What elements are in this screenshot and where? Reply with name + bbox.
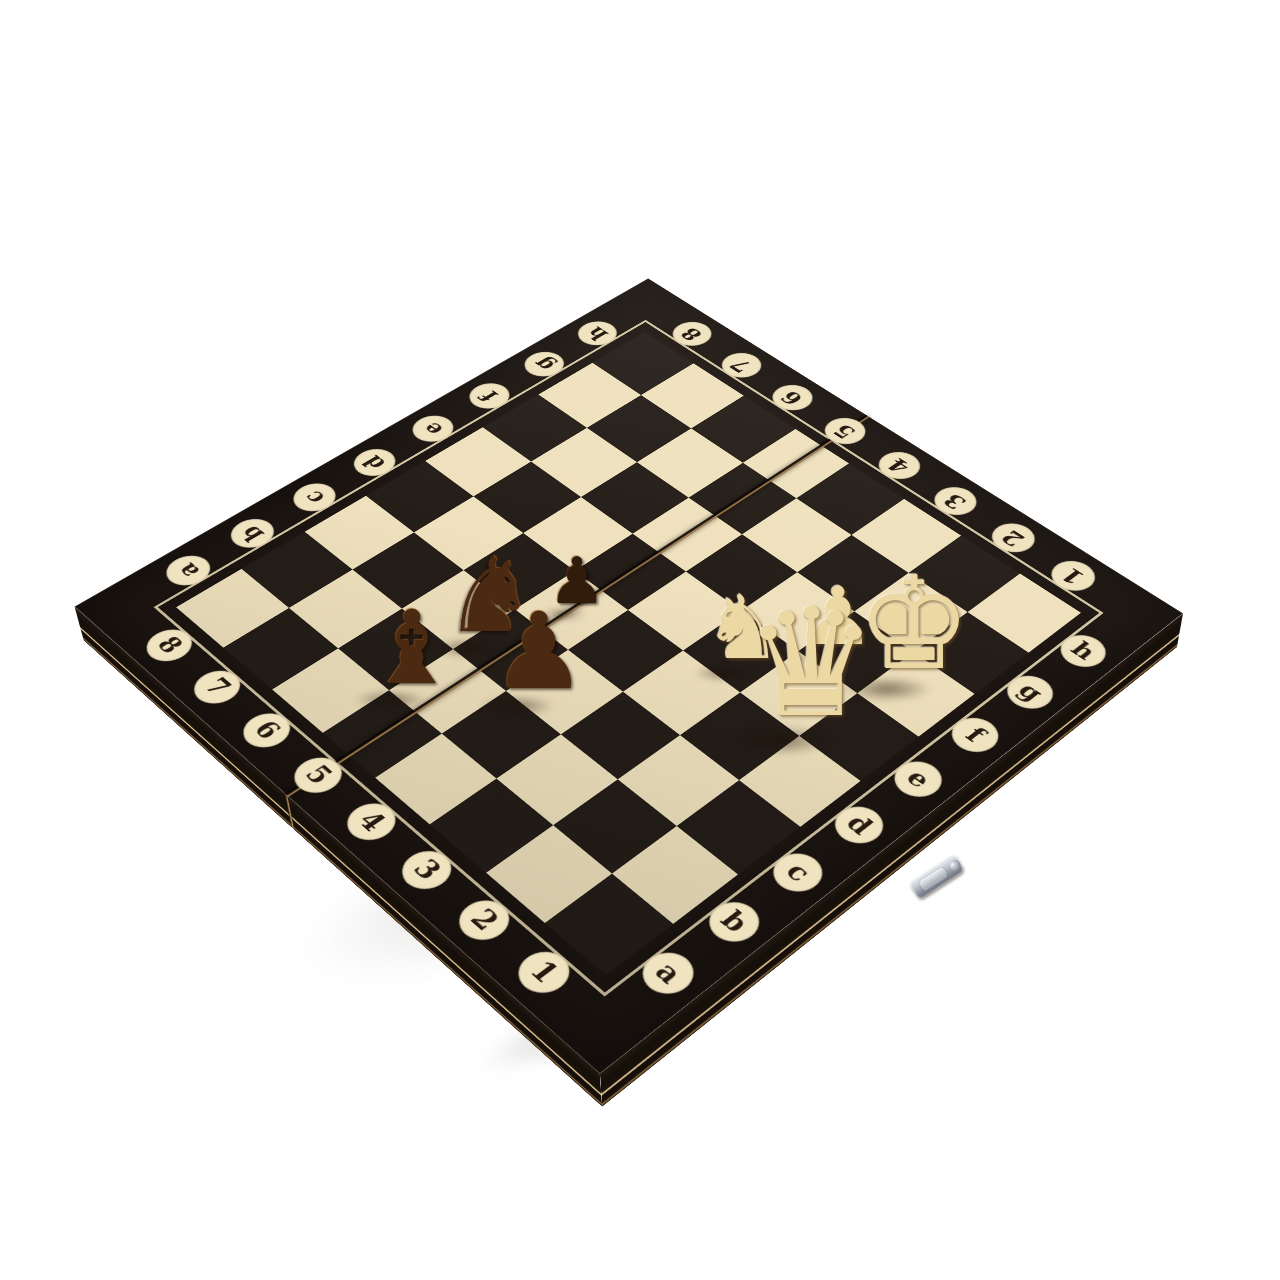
square-d1 (739, 736, 860, 827)
square-a3 (430, 779, 553, 873)
coord-rank-7-near-label: 7 (199, 675, 235, 700)
square-e3 (683, 611, 798, 693)
square-a5 (323, 690, 442, 778)
coord-rank-7-near: 7 (185, 664, 249, 710)
coord-file-e-near-label: e (901, 766, 935, 792)
square-a6 (272, 648, 389, 732)
coord-file-g-far-label: g (529, 355, 559, 374)
coord-rank-8-near: 8 (138, 623, 201, 668)
square-e2 (740, 651, 857, 736)
coord-file-d-near-label: d (841, 811, 878, 839)
square-a2 (486, 825, 612, 923)
coord-file-g-near-label: g (1013, 680, 1047, 705)
square-d2 (680, 692, 799, 780)
square-c1 (677, 780, 801, 874)
scene: aa11bb22cc33dd44ee55ff66gg77hh88 ♟♞♟♞♚♝♟… (0, 0, 1280, 1280)
coord-rank-6-far-label: 6 (777, 388, 807, 407)
coord-file-c-near-label: c (780, 859, 815, 886)
coord-file-h-near: h (1051, 629, 1114, 674)
square-a4 (375, 734, 496, 825)
coord-rank-4-near-label: 4 (353, 808, 390, 836)
coord-file-a-near-label: a (649, 958, 687, 988)
coord-file-h-far-label: h (582, 324, 612, 342)
square-a7 (223, 608, 338, 690)
coord-rank-5-near: 5 (285, 750, 352, 800)
square-d4 (568, 610, 683, 692)
coord-rank-6-near: 6 (234, 707, 299, 755)
coord-rank-7-far-label: 7 (727, 356, 757, 375)
coord-rank-6-near-label: 6 (249, 717, 285, 743)
coord-rank-1-near-label: 1 (524, 957, 563, 988)
coord-file-d-near: d (825, 799, 893, 851)
coord-file-c-far-label: c (299, 487, 330, 507)
coord-file-f-near-label: f (960, 724, 989, 746)
coord-file-b-near: b (699, 894, 770, 950)
square-b4 (442, 691, 561, 779)
coord-rank-5-near-label: 5 (300, 762, 337, 789)
coord-file-a-far-label: a (172, 560, 205, 582)
coord-rank-8-near-label: 8 (152, 633, 187, 657)
coord-rank-1-near: 1 (508, 944, 580, 1002)
square-c2 (618, 735, 739, 826)
coord-rank-3-far-label: 3 (940, 490, 972, 511)
square-b1 (612, 826, 738, 924)
coord-file-b-near-label: b (715, 907, 753, 937)
coord-rank-2-near: 2 (449, 892, 519, 948)
coord-rank-1-far-label: 1 (1057, 564, 1090, 587)
coord-file-f-far-label: f (476, 388, 503, 404)
coord-file-e-far-label: e (418, 419, 449, 438)
square-d3 (623, 651, 740, 736)
coord-rank-2-far-label: 2 (997, 527, 1029, 549)
square-c4 (506, 650, 623, 735)
square-f1 (857, 652, 974, 737)
coord-file-e-near: e (885, 754, 952, 804)
coord-file-f-near: f (942, 711, 1008, 759)
coord-file-g-near: g (998, 669, 1062, 716)
coord-rank-5-far-label: 5 (830, 421, 861, 441)
square-a1 (545, 874, 673, 976)
coord-rank-2-near-label: 2 (465, 905, 504, 935)
square-g1 (913, 612, 1028, 694)
coord-file-d-far-label: d (359, 452, 391, 473)
square-c3 (561, 692, 680, 780)
coord-file-c-near: c (763, 846, 832, 900)
coord-file-b-far-label: b (236, 522, 269, 544)
square-e1 (799, 693, 918, 781)
coord-rank-8-far-label: 8 (677, 325, 707, 343)
coord-file-a-near: a (632, 944, 704, 1002)
coord-rank-3-near: 3 (392, 843, 461, 897)
square-c5 (453, 609, 568, 691)
coord-rank-4-near: 4 (337, 796, 405, 848)
coord-rank-3-near-label: 3 (408, 856, 446, 885)
square-f2 (798, 611, 913, 693)
square-b2 (553, 779, 677, 873)
coord-rank-4-far-label: 4 (884, 455, 915, 476)
square-b5 (389, 649, 506, 734)
square-b3 (496, 734, 617, 825)
square-b6 (338, 609, 453, 691)
coord-file-h-near-label: h (1066, 639, 1100, 664)
